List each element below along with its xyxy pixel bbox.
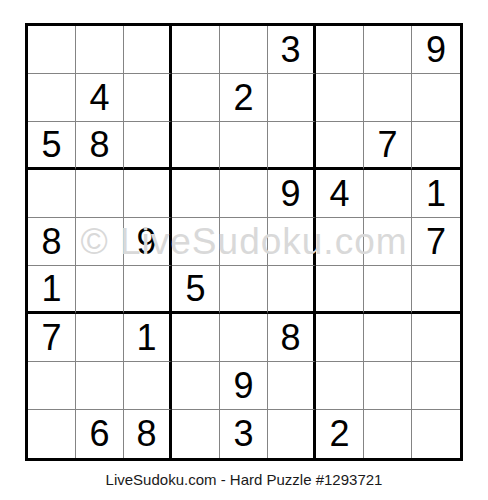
cell-r9c9[interactable] xyxy=(412,410,460,458)
cell-r5c5[interactable] xyxy=(220,218,268,266)
cell-r1c2[interactable] xyxy=(76,26,124,74)
cell-r3c4[interactable] xyxy=(172,122,220,170)
cell-r1c5[interactable] xyxy=(220,26,268,74)
cell-r8c8[interactable] xyxy=(364,362,412,410)
cell-r7c4[interactable] xyxy=(172,314,220,362)
cell-r2c9[interactable] xyxy=(412,74,460,122)
cell-r5c6[interactable] xyxy=(268,218,316,266)
cell-r7c2[interactable] xyxy=(76,314,124,362)
cell-r5c2[interactable] xyxy=(76,218,124,266)
cell-r7c9[interactable] xyxy=(412,314,460,362)
cell-r2c6[interactable] xyxy=(268,74,316,122)
cell-r5c8[interactable] xyxy=(364,218,412,266)
cell-r9c8[interactable] xyxy=(364,410,412,458)
cell-r4c1[interactable] xyxy=(28,170,76,218)
cell-r6c3[interactable] xyxy=(124,266,172,314)
cell-r9c7[interactable]: 2 xyxy=(316,410,364,458)
cell-r6c6[interactable] xyxy=(268,266,316,314)
cell-r5c4[interactable] xyxy=(172,218,220,266)
cell-r1c4[interactable] xyxy=(172,26,220,74)
cell-r2c3[interactable] xyxy=(124,74,172,122)
cell-r9c2[interactable]: 6 xyxy=(76,410,124,458)
cell-r8c7[interactable] xyxy=(316,362,364,410)
cell-r4c7[interactable]: 4 xyxy=(316,170,364,218)
cell-r8c9[interactable] xyxy=(412,362,460,410)
cell-r7c1[interactable]: 7 xyxy=(28,314,76,362)
cell-r8c6[interactable] xyxy=(268,362,316,410)
cell-r6c9[interactable] xyxy=(412,266,460,314)
cell-r6c5[interactable] xyxy=(220,266,268,314)
cell-r4c2[interactable] xyxy=(76,170,124,218)
sudoku-board: 39425879418971571896832 xyxy=(25,23,463,461)
cell-r2c1[interactable] xyxy=(28,74,76,122)
cell-r7c7[interactable] xyxy=(316,314,364,362)
cell-r8c5[interactable]: 9 xyxy=(220,362,268,410)
cell-r4c3[interactable] xyxy=(124,170,172,218)
cell-r4c4[interactable] xyxy=(172,170,220,218)
cell-r4c6[interactable]: 9 xyxy=(268,170,316,218)
cell-r7c3[interactable]: 1 xyxy=(124,314,172,362)
cell-r8c2[interactable] xyxy=(76,362,124,410)
cell-r3c5[interactable] xyxy=(220,122,268,170)
cell-r5c3[interactable]: 9 xyxy=(124,218,172,266)
cell-r1c3[interactable] xyxy=(124,26,172,74)
cell-r2c8[interactable] xyxy=(364,74,412,122)
cell-r9c5[interactable]: 3 xyxy=(220,410,268,458)
cell-r3c8[interactable]: 7 xyxy=(364,122,412,170)
cell-r3c1[interactable]: 5 xyxy=(28,122,76,170)
cell-r8c3[interactable] xyxy=(124,362,172,410)
cell-r5c7[interactable] xyxy=(316,218,364,266)
cell-r4c5[interactable] xyxy=(220,170,268,218)
cell-r1c1[interactable] xyxy=(28,26,76,74)
cell-r7c6[interactable]: 8 xyxy=(268,314,316,362)
cell-r3c2[interactable]: 8 xyxy=(76,122,124,170)
cell-r1c7[interactable] xyxy=(316,26,364,74)
cell-r1c9[interactable]: 9 xyxy=(412,26,460,74)
cell-r3c3[interactable] xyxy=(124,122,172,170)
cell-r6c2[interactable] xyxy=(76,266,124,314)
cell-r3c9[interactable] xyxy=(412,122,460,170)
cell-r8c4[interactable] xyxy=(172,362,220,410)
cell-r6c4[interactable]: 5 xyxy=(172,266,220,314)
cell-r2c5[interactable]: 2 xyxy=(220,74,268,122)
cell-r1c6[interactable]: 3 xyxy=(268,26,316,74)
cell-r4c9[interactable]: 1 xyxy=(412,170,460,218)
cell-r2c7[interactable] xyxy=(316,74,364,122)
cell-r2c2[interactable]: 4 xyxy=(76,74,124,122)
cell-r8c1[interactable] xyxy=(28,362,76,410)
cell-r9c4[interactable] xyxy=(172,410,220,458)
caption: LiveSudoku.com - Hard Puzzle #1293721 xyxy=(0,471,488,488)
cell-r3c6[interactable] xyxy=(268,122,316,170)
cell-r2c4[interactable] xyxy=(172,74,220,122)
cell-r9c3[interactable]: 8 xyxy=(124,410,172,458)
cell-r7c8[interactable] xyxy=(364,314,412,362)
cell-r5c9[interactable]: 7 xyxy=(412,218,460,266)
cell-r5c1[interactable]: 8 xyxy=(28,218,76,266)
cell-r3c7[interactable] xyxy=(316,122,364,170)
cell-r4c8[interactable] xyxy=(364,170,412,218)
cell-r7c5[interactable] xyxy=(220,314,268,362)
cell-r6c7[interactable] xyxy=(316,266,364,314)
cell-r9c6[interactable] xyxy=(268,410,316,458)
cell-r6c1[interactable]: 1 xyxy=(28,266,76,314)
cell-r1c8[interactable] xyxy=(364,26,412,74)
cell-r6c8[interactable] xyxy=(364,266,412,314)
cell-r9c1[interactable] xyxy=(28,410,76,458)
sudoku-page: 39425879418971571896832 © LiveSudoku.com… xyxy=(0,0,488,500)
